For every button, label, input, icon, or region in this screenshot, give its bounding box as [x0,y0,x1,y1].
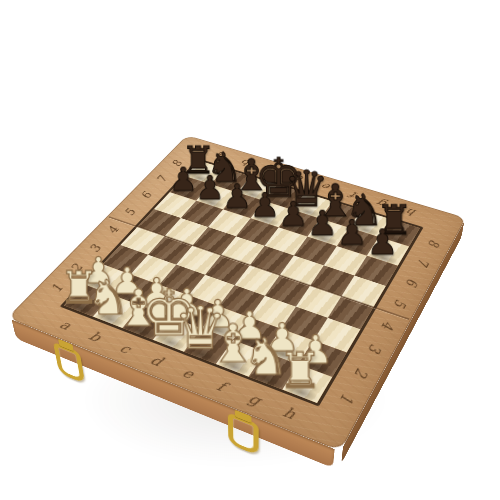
black-pawn-h7[interactable]: ♟ [344,225,421,260]
product-photo-stage: ♜♞♝♚♛♝♞♜♟♟♟♟♟♟♟♟♟♟♟♟♟♟♟♟♜♞♝♚♛♝♞♜ abcdefg… [0,0,500,500]
white-rook-h1[interactable]: ♜ [256,347,345,395]
square-g5[interactable] [310,265,354,296]
brass-latch-left [53,342,85,384]
square-h7[interactable]: ♟ [367,237,409,266]
